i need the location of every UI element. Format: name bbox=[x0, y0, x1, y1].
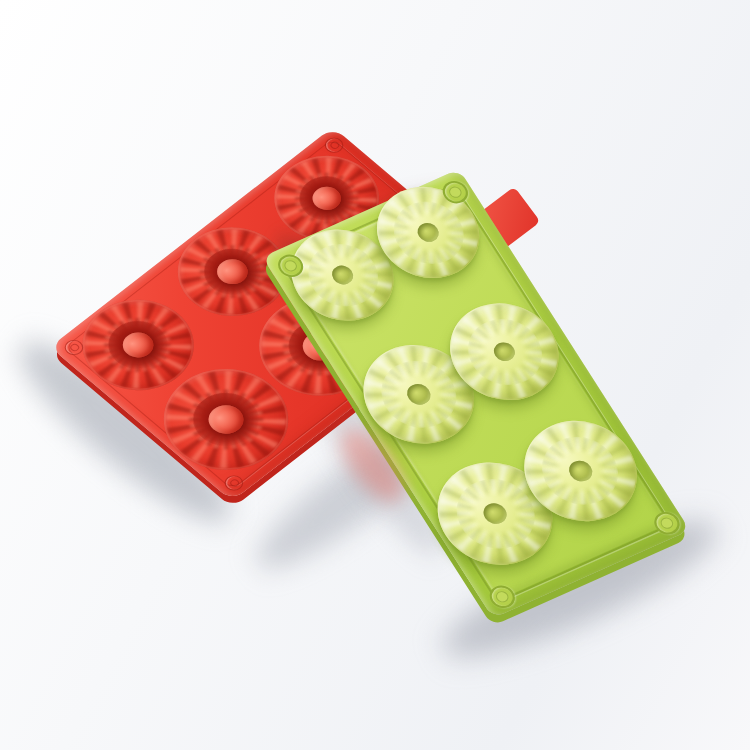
photo-canvas bbox=[0, 0, 750, 750]
